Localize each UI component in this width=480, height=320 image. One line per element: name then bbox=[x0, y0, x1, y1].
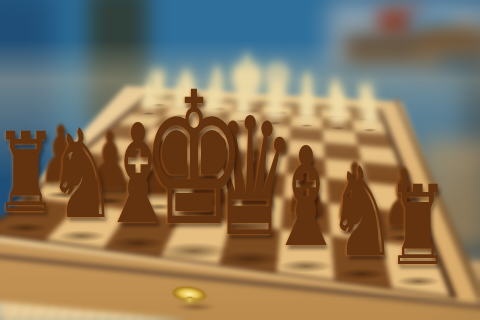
rook-glyph: ♜ bbox=[0, 118, 57, 228]
pawn-glyph: ♟ bbox=[359, 93, 380, 130]
pieces-layer: ♜♞♝♛♚♝♞♜♟♟♟♟♟♟♟♟♟♟♟♟♟♟♟♟♜♞♝♛♚♝♞♜ bbox=[0, 0, 480, 320]
brass-clasp-knob bbox=[184, 296, 198, 308]
photo-chess-scene: ♜♞♝♛♚♝♞♜♟♟♟♟♟♟♟♟♟♟♟♟♟♟♟♟♜♞♝♛♚♝♞♜ Wooden … bbox=[0, 0, 480, 320]
